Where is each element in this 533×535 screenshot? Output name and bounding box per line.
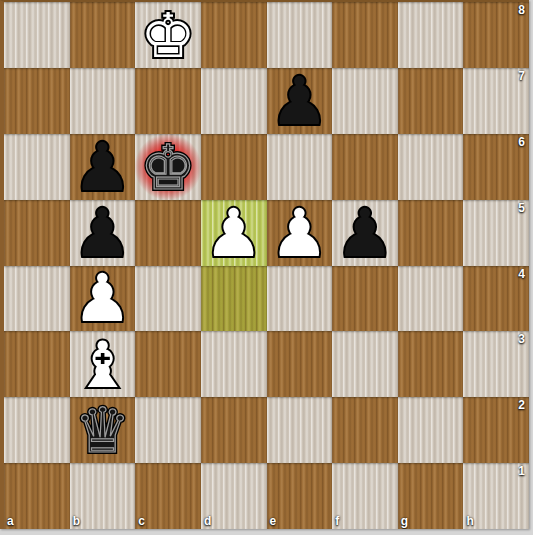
square-d4[interactable] bbox=[201, 266, 267, 332]
square-b6[interactable]: ♟♟ bbox=[70, 134, 136, 200]
square-d2[interactable] bbox=[201, 397, 267, 463]
square-c3[interactable] bbox=[135, 331, 201, 397]
square-h5[interactable]: 5 bbox=[463, 200, 529, 266]
square-g2[interactable] bbox=[398, 397, 464, 463]
file-label-b: b bbox=[73, 514, 80, 528]
square-c2[interactable] bbox=[135, 397, 201, 463]
file-label-c: c bbox=[138, 514, 145, 528]
square-f8[interactable] bbox=[332, 2, 398, 68]
square-h3[interactable]: 3 bbox=[463, 331, 529, 397]
square-e6[interactable] bbox=[267, 134, 333, 200]
square-d7[interactable] bbox=[201, 68, 267, 134]
pawn-glyph: ♟ bbox=[70, 266, 136, 332]
square-f4[interactable] bbox=[332, 266, 398, 332]
square-e7[interactable]: ♟♟ bbox=[267, 68, 333, 134]
square-h2[interactable]: 2 bbox=[463, 397, 529, 463]
square-g3[interactable] bbox=[398, 331, 464, 397]
square-h4[interactable]: 4 bbox=[463, 266, 529, 332]
square-b7[interactable] bbox=[70, 68, 136, 134]
square-g6[interactable] bbox=[398, 134, 464, 200]
square-b8[interactable] bbox=[70, 2, 136, 68]
white-king-icon[interactable]: ♚♚ bbox=[135, 2, 201, 68]
square-a7[interactable] bbox=[4, 68, 70, 134]
square-b1[interactable]: b bbox=[70, 463, 136, 529]
pawn-glyph: ♟ bbox=[332, 200, 398, 266]
square-e2[interactable] bbox=[267, 397, 333, 463]
square-e4[interactable] bbox=[267, 266, 333, 332]
rank-label-5: 5 bbox=[518, 201, 525, 215]
rank-label-6: 6 bbox=[518, 135, 525, 149]
square-b3[interactable]: ♝♝ bbox=[70, 331, 136, 397]
rank-label-8: 8 bbox=[518, 3, 525, 17]
pawn-glyph: ♟ bbox=[70, 134, 136, 200]
square-a3[interactable] bbox=[4, 331, 70, 397]
black-pawn-icon[interactable]: ♟♟ bbox=[70, 200, 136, 266]
square-g7[interactable] bbox=[398, 68, 464, 134]
square-c4[interactable] bbox=[135, 266, 201, 332]
rank-label-3: 3 bbox=[518, 332, 525, 346]
file-label-a: a bbox=[7, 514, 14, 528]
square-h7[interactable]: 7 bbox=[463, 68, 529, 134]
square-a5[interactable] bbox=[4, 200, 70, 266]
pawn-glyph: ♟ bbox=[267, 200, 333, 266]
rank-label-4: 4 bbox=[518, 267, 525, 281]
square-c5[interactable] bbox=[135, 200, 201, 266]
square-a2[interactable] bbox=[4, 397, 70, 463]
square-f5[interactable]: ♟♟ bbox=[332, 200, 398, 266]
white-pawn-icon[interactable]: ♟♟ bbox=[267, 200, 333, 266]
square-f2[interactable] bbox=[332, 397, 398, 463]
square-g8[interactable] bbox=[398, 2, 464, 68]
file-label-h: h bbox=[466, 514, 473, 528]
square-g5[interactable] bbox=[398, 200, 464, 266]
square-c8[interactable]: ♚♚ bbox=[135, 2, 201, 68]
square-a4[interactable] bbox=[4, 266, 70, 332]
square-h1[interactable]: h1 bbox=[463, 463, 529, 529]
white-pawn-icon[interactable]: ♟♟ bbox=[201, 200, 267, 266]
square-h6[interactable]: 6 bbox=[463, 134, 529, 200]
square-b4[interactable]: ♟♟ bbox=[70, 266, 136, 332]
rank-label-2: 2 bbox=[518, 398, 525, 412]
square-a1[interactable]: a bbox=[4, 463, 70, 529]
square-d6[interactable] bbox=[201, 134, 267, 200]
pawn-glyph: ♟ bbox=[201, 200, 267, 266]
square-d8[interactable] bbox=[201, 2, 267, 68]
square-a6[interactable] bbox=[4, 134, 70, 200]
square-f1[interactable]: f bbox=[332, 463, 398, 529]
king-glyph: ♚ bbox=[135, 134, 201, 200]
black-queen-icon[interactable]: ♛♛ bbox=[70, 397, 136, 463]
black-king-icon[interactable]: ♚♚ bbox=[135, 134, 201, 200]
square-c1[interactable]: c bbox=[135, 463, 201, 529]
white-bishop-icon[interactable]: ♝♝ bbox=[70, 331, 136, 397]
king-glyph: ♚ bbox=[135, 2, 201, 68]
bishop-glyph: ♝ bbox=[70, 331, 136, 397]
file-label-g: g bbox=[401, 514, 408, 528]
square-d3[interactable] bbox=[201, 331, 267, 397]
pawn-glyph: ♟ bbox=[267, 68, 333, 134]
square-c6[interactable]: ♚♚ bbox=[135, 134, 201, 200]
black-pawn-icon[interactable]: ♟♟ bbox=[70, 134, 136, 200]
pawn-glyph: ♟ bbox=[70, 200, 136, 266]
black-pawn-icon[interactable]: ♟♟ bbox=[267, 68, 333, 134]
file-label-d: d bbox=[204, 514, 211, 528]
square-a8[interactable] bbox=[4, 2, 70, 68]
square-f7[interactable] bbox=[332, 68, 398, 134]
square-e8[interactable] bbox=[267, 2, 333, 68]
rank-label-7: 7 bbox=[518, 69, 525, 83]
square-c7[interactable] bbox=[135, 68, 201, 134]
square-e5[interactable]: ♟♟ bbox=[267, 200, 333, 266]
queen-glyph: ♛ bbox=[70, 397, 136, 463]
square-b5[interactable]: ♟♟ bbox=[70, 200, 136, 266]
square-g4[interactable] bbox=[398, 266, 464, 332]
square-d1[interactable]: d bbox=[201, 463, 267, 529]
square-d5[interactable]: ♟♟ bbox=[201, 200, 267, 266]
rank-label-1: 1 bbox=[518, 464, 525, 478]
square-f6[interactable] bbox=[332, 134, 398, 200]
square-g1[interactable]: g bbox=[398, 463, 464, 529]
black-pawn-icon[interactable]: ♟♟ bbox=[332, 200, 398, 266]
square-b2[interactable]: ♛♛ bbox=[70, 397, 136, 463]
square-e3[interactable] bbox=[267, 331, 333, 397]
chess-board: ♚♚8♟♟7♟♟♚♚6♟♟♟♟♟♟♟♟5♟♟4♝♝3♛♛2abcdefgh1 bbox=[0, 0, 529, 529]
square-e1[interactable]: e bbox=[267, 463, 333, 529]
square-f3[interactable] bbox=[332, 331, 398, 397]
file-label-e: e bbox=[270, 514, 277, 528]
white-pawn-icon[interactable]: ♟♟ bbox=[70, 266, 136, 332]
file-label-f: f bbox=[335, 514, 339, 528]
square-h8[interactable]: 8 bbox=[463, 2, 529, 68]
